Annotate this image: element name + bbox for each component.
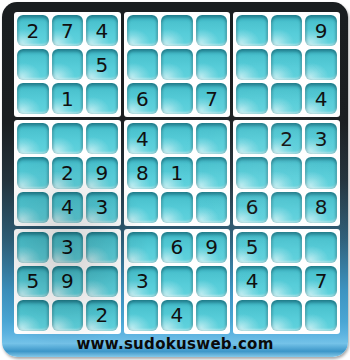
cell-r4c6[interactable] — [196, 123, 228, 154]
cell-r8c7[interactable]: 4 — [236, 266, 268, 297]
block-2-3: 2368 — [233, 120, 340, 225]
cell-r2c6[interactable] — [196, 49, 228, 80]
cell-r1c8[interactable] — [271, 15, 303, 46]
block-3-3: 547 — [233, 229, 340, 334]
cell-r6c1[interactable] — [17, 192, 49, 223]
cell-r7c3[interactable] — [86, 232, 118, 263]
cell-r7c5[interactable]: 6 — [161, 232, 193, 263]
sudoku-app: 2745167942943481236835926934547 www.sudo… — [0, 0, 350, 360]
cell-r1c6[interactable] — [196, 15, 228, 46]
cell-r3c4[interactable]: 6 — [127, 83, 159, 114]
cell-r2c8[interactable] — [271, 49, 303, 80]
cell-r5c6[interactable] — [196, 157, 228, 188]
cell-r1c7[interactable] — [236, 15, 268, 46]
cell-r8c5[interactable] — [161, 266, 193, 297]
cell-r8c3[interactable] — [86, 266, 118, 297]
cell-r7c8[interactable] — [271, 232, 303, 263]
cell-r4c1[interactable] — [17, 123, 49, 154]
cell-r6c8[interactable] — [271, 192, 303, 223]
cell-r6c3[interactable]: 3 — [86, 192, 118, 223]
block-2-1: 2943 — [14, 120, 121, 225]
cell-r5c8[interactable] — [271, 157, 303, 188]
cell-r8c6[interactable] — [196, 266, 228, 297]
cell-r1c3[interactable]: 4 — [86, 15, 118, 46]
cell-r6c5[interactable] — [161, 192, 193, 223]
cell-r4c8[interactable]: 2 — [271, 123, 303, 154]
cell-r5c3[interactable]: 9 — [86, 157, 118, 188]
cell-r3c1[interactable] — [17, 83, 49, 114]
cell-r7c2[interactable]: 3 — [52, 232, 84, 263]
block-1-3: 94 — [233, 12, 340, 117]
cell-r9c2[interactable] — [52, 300, 84, 331]
block-1-1: 27451 — [14, 12, 121, 117]
cell-r2c4[interactable] — [127, 49, 159, 80]
cell-r7c1[interactable] — [17, 232, 49, 263]
cell-r3c6[interactable]: 7 — [196, 83, 228, 114]
cell-r2c3[interactable]: 5 — [86, 49, 118, 80]
cell-r1c1[interactable]: 2 — [17, 15, 49, 46]
cell-r6c4[interactable] — [127, 192, 159, 223]
cell-r1c2[interactable]: 7 — [52, 15, 84, 46]
cell-r7c4[interactable] — [127, 232, 159, 263]
board-frame: 2745167942943481236835926934547 www.sudo… — [2, 2, 348, 357]
cell-r7c9[interactable] — [305, 232, 337, 263]
cell-r4c9[interactable]: 3 — [305, 123, 337, 154]
cell-r6c9[interactable]: 8 — [305, 192, 337, 223]
cell-r2c2[interactable] — [52, 49, 84, 80]
cell-r1c9[interactable]: 9 — [305, 15, 337, 46]
cell-r3c8[interactable] — [271, 83, 303, 114]
cell-r5c4[interactable]: 8 — [127, 157, 159, 188]
cell-r4c7[interactable] — [236, 123, 268, 154]
cell-r1c5[interactable] — [161, 15, 193, 46]
cell-r3c5[interactable] — [161, 83, 193, 114]
sudoku-board: 2745167942943481236835926934547 — [14, 12, 340, 334]
footer: www.sudokusweb.com — [2, 334, 348, 354]
cell-r2c1[interactable] — [17, 49, 49, 80]
cell-r2c5[interactable] — [161, 49, 193, 80]
cell-r5c1[interactable] — [17, 157, 49, 188]
cell-r9c9[interactable] — [305, 300, 337, 331]
cell-r4c5[interactable] — [161, 123, 193, 154]
cell-r8c4[interactable]: 3 — [127, 266, 159, 297]
cell-r2c7[interactable] — [236, 49, 268, 80]
cell-r7c6[interactable]: 9 — [196, 232, 228, 263]
block-3-1: 3592 — [14, 229, 121, 334]
cell-r1c4[interactable] — [127, 15, 159, 46]
block-1-2: 67 — [124, 12, 231, 117]
cell-r3c2[interactable]: 1 — [52, 83, 84, 114]
cell-r4c2[interactable] — [52, 123, 84, 154]
cell-r6c7[interactable]: 6 — [236, 192, 268, 223]
cell-r9c7[interactable] — [236, 300, 268, 331]
block-2-2: 481 — [124, 120, 231, 225]
cell-r8c9[interactable]: 7 — [305, 266, 337, 297]
block-3-2: 6934 — [124, 229, 231, 334]
cell-r4c3[interactable] — [86, 123, 118, 154]
cell-r2c9[interactable] — [305, 49, 337, 80]
cell-r9c1[interactable] — [17, 300, 49, 331]
cell-r4c4[interactable]: 4 — [127, 123, 159, 154]
cell-r9c6[interactable] — [196, 300, 228, 331]
cell-r5c2[interactable]: 2 — [52, 157, 84, 188]
cell-r3c7[interactable] — [236, 83, 268, 114]
cell-r8c1[interactable]: 5 — [17, 266, 49, 297]
cell-r5c7[interactable] — [236, 157, 268, 188]
cell-r9c8[interactable] — [271, 300, 303, 331]
site-url: www.sudokusweb.com — [76, 335, 273, 353]
cell-r3c9[interactable]: 4 — [305, 83, 337, 114]
cell-r6c2[interactable]: 4 — [52, 192, 84, 223]
cell-r8c8[interactable] — [271, 266, 303, 297]
cell-r9c5[interactable]: 4 — [161, 300, 193, 331]
cell-r3c3[interactable] — [86, 83, 118, 114]
cell-r5c5[interactable]: 1 — [161, 157, 193, 188]
cell-r9c4[interactable] — [127, 300, 159, 331]
cell-r9c3[interactable]: 2 — [86, 300, 118, 331]
cell-r5c9[interactable] — [305, 157, 337, 188]
cell-r7c7[interactable]: 5 — [236, 232, 268, 263]
cell-r6c6[interactable] — [196, 192, 228, 223]
cell-r8c2[interactable]: 9 — [52, 266, 84, 297]
